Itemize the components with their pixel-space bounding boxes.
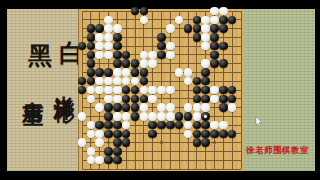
black-stone <box>157 42 165 50</box>
white-stone <box>95 51 103 59</box>
white-stone <box>104 33 112 41</box>
white-stone <box>87 130 95 138</box>
white-stone <box>166 42 174 50</box>
white-stone <box>210 86 218 94</box>
white-stone <box>140 59 148 67</box>
black-stone <box>193 77 201 85</box>
grid-line <box>188 11 189 169</box>
black-stone <box>157 51 165 59</box>
black-stone <box>210 51 218 59</box>
white-stone <box>113 112 121 120</box>
black-stone <box>175 121 183 129</box>
black-stone <box>104 103 112 111</box>
black-stone <box>122 130 130 138</box>
black-stone <box>193 95 201 103</box>
black-stone <box>148 121 156 129</box>
black-stone <box>201 95 209 103</box>
black-stone <box>104 68 112 76</box>
black-stone <box>175 112 183 120</box>
black-stone <box>113 51 121 59</box>
black-stone <box>201 112 209 120</box>
white-stone <box>184 103 192 111</box>
white-stone <box>95 103 103 111</box>
black-stone <box>193 33 201 41</box>
black-stone <box>219 59 227 67</box>
white-stone <box>157 112 165 120</box>
white-stone <box>184 77 192 85</box>
black-stone <box>219 42 227 50</box>
white-stone <box>104 77 112 85</box>
white-stone <box>148 95 156 103</box>
black-stone <box>104 156 112 164</box>
white-stone <box>122 112 130 120</box>
white-stone <box>95 138 103 146</box>
black-stone <box>210 42 218 50</box>
black-stone <box>193 24 201 32</box>
white-stone <box>175 16 183 24</box>
white-stone <box>87 95 95 103</box>
black-stone <box>113 103 121 111</box>
white-stone <box>175 68 183 76</box>
black-stone <box>219 130 227 138</box>
grid-line <box>241 11 242 169</box>
white-stone <box>104 51 112 59</box>
black-stone <box>104 121 112 129</box>
black-stone <box>122 138 130 146</box>
black-stone <box>140 77 148 85</box>
black-stone <box>157 33 165 41</box>
white-stone <box>201 24 209 32</box>
white-stone <box>148 86 156 94</box>
black-stone <box>166 121 174 129</box>
black-stone <box>184 112 192 120</box>
black-stone <box>131 86 139 94</box>
black-stone <box>87 77 95 85</box>
mouse-cursor-icon <box>255 112 263 131</box>
grid-line <box>179 11 180 169</box>
white-stone <box>95 156 103 164</box>
white-stone <box>104 95 112 103</box>
white-stone <box>201 16 209 24</box>
black-stone <box>201 121 209 129</box>
black-stone <box>113 33 121 41</box>
white-stone <box>87 147 95 155</box>
black-stone <box>78 86 86 94</box>
white-stone <box>184 68 192 76</box>
black-stone <box>193 130 201 138</box>
white-stone <box>104 16 112 24</box>
black-stone <box>113 121 121 129</box>
black-stone <box>219 95 227 103</box>
black-stone <box>87 24 95 32</box>
video-frame: 黑 白 唐韦星 肖泽彬 徐老师围棋教室 <box>0 0 320 180</box>
white-stone <box>210 95 218 103</box>
white-stone <box>219 121 227 129</box>
black-stone <box>140 95 148 103</box>
black-stone <box>78 77 86 85</box>
left-panel: 黑 白 唐韦星 肖泽彬 <box>7 9 78 171</box>
star-point <box>107 141 110 144</box>
black-stone <box>95 121 103 129</box>
white-stone <box>201 103 209 111</box>
white-stone <box>157 103 165 111</box>
black-stone <box>210 130 218 138</box>
white-stone <box>87 121 95 129</box>
black-stone <box>122 59 130 67</box>
black-stone <box>228 16 236 24</box>
white-stone <box>201 33 209 41</box>
black-stone <box>219 16 227 24</box>
white-stone <box>113 77 121 85</box>
white-stone <box>148 51 156 59</box>
black-stone <box>193 121 201 129</box>
white-stone <box>104 24 112 32</box>
star-point <box>213 141 216 144</box>
white-stone <box>210 7 218 15</box>
white-stone <box>104 42 112 50</box>
black-stone <box>210 24 218 32</box>
white-stone <box>148 59 156 67</box>
black-stone <box>95 68 103 76</box>
black-stone <box>87 33 95 41</box>
white-stone <box>95 86 103 94</box>
black-player-name: 唐韦星 <box>22 83 43 92</box>
go-board[interactable] <box>78 9 244 171</box>
white-stone <box>113 95 121 103</box>
black-stone <box>210 59 218 67</box>
white-stone <box>166 51 174 59</box>
black-stone <box>193 138 201 146</box>
watermark-text: 徐老师围棋教室 <box>246 145 314 157</box>
white-stone <box>113 68 121 76</box>
black-stone <box>228 130 236 138</box>
black-stone <box>95 24 103 32</box>
black-stone <box>104 130 112 138</box>
white-stone <box>166 24 174 32</box>
white-stone <box>140 16 148 24</box>
black-stone <box>140 7 148 15</box>
white-stone <box>87 86 95 94</box>
black-stone <box>113 147 121 155</box>
black-stone <box>219 86 227 94</box>
black-stone <box>113 138 121 146</box>
black-stone <box>113 59 121 67</box>
black-stone <box>131 103 139 111</box>
black-stone <box>122 95 130 103</box>
white-stone <box>157 86 165 94</box>
star-point <box>160 141 163 144</box>
white-stone <box>193 103 201 111</box>
white-stone <box>95 77 103 85</box>
white-stone <box>210 16 218 24</box>
white-stone <box>140 86 148 94</box>
white-stone <box>95 42 103 50</box>
white-stone <box>166 112 174 120</box>
white-stone <box>140 103 148 111</box>
black-stone <box>140 68 148 76</box>
white-stone <box>95 33 103 41</box>
white-stone <box>219 7 227 15</box>
black-stone <box>122 51 130 59</box>
black-stone <box>219 24 227 32</box>
black-stone <box>193 86 201 94</box>
white-stone <box>104 86 112 94</box>
white-stone <box>140 51 148 59</box>
black-stone <box>104 112 112 120</box>
white-stone <box>131 77 139 85</box>
white-stone <box>122 68 130 76</box>
white-stone <box>78 138 86 146</box>
white-stone <box>113 86 121 94</box>
black-stone <box>201 130 209 138</box>
black-stone <box>210 33 218 41</box>
black-stone <box>184 24 192 32</box>
black-stone <box>131 68 139 76</box>
black-stone <box>228 95 236 103</box>
white-stone <box>184 121 192 129</box>
white-stone <box>166 103 174 111</box>
black-stone <box>78 42 86 50</box>
black-stone <box>87 68 95 76</box>
white-stone <box>113 24 121 32</box>
black-stone <box>201 138 209 146</box>
white-stone <box>95 130 103 138</box>
black-stone <box>201 68 209 76</box>
black-stone <box>193 16 201 24</box>
black-stone <box>148 130 156 138</box>
black-stone <box>122 103 130 111</box>
white-stone <box>122 121 130 129</box>
black-stone <box>131 59 139 67</box>
black-stone <box>157 121 165 129</box>
black-stone <box>122 86 130 94</box>
black-stone <box>201 77 209 85</box>
black-stone <box>131 7 139 15</box>
black-stone <box>87 42 95 50</box>
white-stone <box>87 156 95 164</box>
white-stone <box>201 42 209 50</box>
white-stone <box>140 112 148 120</box>
black-stone <box>104 147 112 155</box>
last-move-marker <box>204 115 207 118</box>
white-stone <box>166 86 174 94</box>
white-stone <box>193 112 201 120</box>
white-stone <box>184 130 192 138</box>
black-stone <box>113 156 121 164</box>
black-stone <box>113 42 121 50</box>
grid-line <box>82 169 241 170</box>
black-stone <box>219 103 227 111</box>
white-player-name: 肖泽彬 <box>53 79 74 88</box>
white-stone <box>201 59 209 67</box>
white-stone <box>210 121 218 129</box>
black-stone <box>87 59 95 67</box>
black-stone <box>228 86 236 94</box>
black-stone <box>131 112 139 120</box>
black-stone <box>131 95 139 103</box>
black-stone <box>113 130 121 138</box>
white-stone <box>78 112 86 120</box>
white-stone <box>228 103 236 111</box>
white-stone <box>148 112 156 120</box>
black-stone <box>87 51 95 59</box>
black-stone <box>201 86 209 94</box>
white-stone <box>122 77 130 85</box>
